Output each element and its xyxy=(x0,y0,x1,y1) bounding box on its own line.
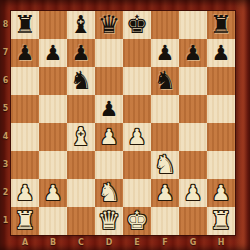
rank-label-1: 1 xyxy=(0,207,11,235)
piece-black-knight: ♞ xyxy=(151,67,179,95)
square-f1[interactable] xyxy=(151,207,179,235)
square-b4[interactable] xyxy=(39,123,67,151)
square-a2[interactable]: ♟ xyxy=(11,179,39,207)
square-c7[interactable]: ♟ xyxy=(67,39,95,67)
piece-black-rook: ♜ xyxy=(11,11,39,39)
square-h1[interactable]: ♜ xyxy=(207,207,235,235)
square-h8[interactable]: ♜ xyxy=(207,11,235,39)
square-h4[interactable] xyxy=(207,123,235,151)
rank-label-8: 8 xyxy=(0,11,11,39)
piece-white-bishop: ♝ xyxy=(67,123,95,151)
file-label-d: D xyxy=(95,236,123,250)
piece-white-knight: ♞ xyxy=(95,179,123,207)
piece-white-pawn: ♟ xyxy=(151,179,179,207)
piece-black-rook: ♜ xyxy=(207,11,235,39)
piece-black-pawn: ♟ xyxy=(67,39,95,67)
file-label-g: G xyxy=(179,236,207,250)
piece-black-pawn: ♟ xyxy=(39,39,67,67)
piece-black-pawn: ♟ xyxy=(179,39,207,67)
piece-black-pawn: ♟ xyxy=(11,39,39,67)
square-b1[interactable] xyxy=(39,207,67,235)
piece-white-queen: ♛ xyxy=(95,207,123,235)
file-label-e: E xyxy=(123,236,151,250)
square-e5[interactable] xyxy=(123,95,151,123)
square-d4[interactable]: ♟ xyxy=(95,123,123,151)
piece-white-knight: ♞ xyxy=(151,151,179,179)
rank-label-2: 2 xyxy=(0,179,11,207)
square-e8[interactable]: ♚ xyxy=(123,11,151,39)
square-a5[interactable] xyxy=(11,95,39,123)
square-d6[interactable] xyxy=(95,67,123,95)
piece-white-pawn: ♟ xyxy=(207,179,235,207)
square-c8[interactable]: ♝ xyxy=(67,11,95,39)
square-a1[interactable]: ♜ xyxy=(11,207,39,235)
square-f4[interactable] xyxy=(151,123,179,151)
piece-white-pawn: ♟ xyxy=(95,123,123,151)
piece-black-pawn: ♟ xyxy=(151,39,179,67)
square-h7[interactable]: ♟ xyxy=(207,39,235,67)
rank-label-5: 5 xyxy=(0,95,11,123)
rank-label-4: 4 xyxy=(0,123,11,151)
square-f3[interactable]: ♞ xyxy=(151,151,179,179)
square-c3[interactable] xyxy=(67,151,95,179)
square-c1[interactable] xyxy=(67,207,95,235)
piece-black-queen: ♛ xyxy=(95,11,123,39)
piece-black-bishop: ♝ xyxy=(67,11,95,39)
square-c5[interactable] xyxy=(67,95,95,123)
piece-white-pawn: ♟ xyxy=(123,123,151,151)
square-e1[interactable]: ♚ xyxy=(123,207,151,235)
square-b5[interactable] xyxy=(39,95,67,123)
square-b6[interactable] xyxy=(39,67,67,95)
square-g5[interactable] xyxy=(179,95,207,123)
square-d8[interactable]: ♛ xyxy=(95,11,123,39)
piece-black-pawn: ♟ xyxy=(207,39,235,67)
square-e2[interactable] xyxy=(123,179,151,207)
piece-black-pawn: ♟ xyxy=(95,95,123,123)
square-b3[interactable] xyxy=(39,151,67,179)
chess-board: ♜♝♛♚♜♟♟♟♟♟♟♞♞♟♝♟♟♞♟♟♞♟♟♟♜♛♚♜ xyxy=(11,11,235,235)
square-f7[interactable]: ♟ xyxy=(151,39,179,67)
square-b2[interactable]: ♟ xyxy=(39,179,67,207)
rank-label-6: 6 xyxy=(0,67,11,95)
square-h3[interactable] xyxy=(207,151,235,179)
piece-black-king: ♚ xyxy=(123,11,151,39)
file-label-f: F xyxy=(151,236,179,250)
square-e6[interactable] xyxy=(123,67,151,95)
square-c4[interactable]: ♝ xyxy=(67,123,95,151)
square-d2[interactable]: ♞ xyxy=(95,179,123,207)
square-e4[interactable]: ♟ xyxy=(123,123,151,151)
rank-label-3: 3 xyxy=(0,151,11,179)
rank-label-7: 7 xyxy=(0,39,11,67)
square-c6[interactable]: ♞ xyxy=(67,67,95,95)
square-h6[interactable] xyxy=(207,67,235,95)
square-g7[interactable]: ♟ xyxy=(179,39,207,67)
square-g6[interactable] xyxy=(179,67,207,95)
square-g8[interactable] xyxy=(179,11,207,39)
piece-white-rook: ♜ xyxy=(11,207,39,235)
square-c2[interactable] xyxy=(67,179,95,207)
square-g2[interactable]: ♟ xyxy=(179,179,207,207)
square-d1[interactable]: ♛ xyxy=(95,207,123,235)
square-b7[interactable]: ♟ xyxy=(39,39,67,67)
file-label-b: B xyxy=(39,236,67,250)
piece-white-rook: ♜ xyxy=(207,207,235,235)
square-f6[interactable]: ♞ xyxy=(151,67,179,95)
piece-white-king: ♚ xyxy=(123,207,151,235)
square-a7[interactable]: ♟ xyxy=(11,39,39,67)
square-b8[interactable] xyxy=(39,11,67,39)
square-g1[interactable] xyxy=(179,207,207,235)
square-d3[interactable] xyxy=(95,151,123,179)
square-e3[interactable] xyxy=(123,151,151,179)
piece-white-pawn: ♟ xyxy=(179,179,207,207)
file-label-a: A xyxy=(11,236,39,250)
square-a4[interactable] xyxy=(11,123,39,151)
square-f2[interactable]: ♟ xyxy=(151,179,179,207)
square-g3[interactable] xyxy=(179,151,207,179)
piece-black-knight: ♞ xyxy=(67,67,95,95)
square-h5[interactable] xyxy=(207,95,235,123)
square-d5[interactable]: ♟ xyxy=(95,95,123,123)
square-a3[interactable] xyxy=(11,151,39,179)
chess-diagram: ♜♝♛♚♜♟♟♟♟♟♟♞♞♟♝♟♟♞♟♟♞♟♟♟♜♛♚♜ 87654321ABC… xyxy=(0,0,250,250)
square-d7[interactable] xyxy=(95,39,123,67)
square-f8[interactable] xyxy=(151,11,179,39)
file-label-c: C xyxy=(67,236,95,250)
piece-white-pawn: ♟ xyxy=(11,179,39,207)
file-label-h: H xyxy=(207,236,235,250)
square-f5[interactable] xyxy=(151,95,179,123)
square-a6[interactable] xyxy=(11,67,39,95)
square-g4[interactable] xyxy=(179,123,207,151)
square-e7[interactable] xyxy=(123,39,151,67)
square-a8[interactable]: ♜ xyxy=(11,11,39,39)
square-h2[interactable]: ♟ xyxy=(207,179,235,207)
piece-white-pawn: ♟ xyxy=(39,179,67,207)
